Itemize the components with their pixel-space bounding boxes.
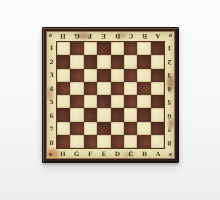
square-h8: [57, 135, 70, 148]
square-a5: [151, 95, 164, 108]
square-f8: [84, 135, 97, 148]
square-c3: [124, 69, 137, 82]
square-f6: [84, 108, 97, 121]
square-f1: [84, 42, 97, 55]
playing-field: [56, 41, 165, 149]
rank-label-right-2: 2: [165, 55, 174, 69]
square-b1: [137, 42, 150, 55]
file-label-bottom-a: A: [151, 149, 165, 158]
square-c4: [124, 82, 137, 95]
square-a8: [151, 135, 164, 148]
square-c8: [124, 135, 137, 148]
square-c2: [124, 55, 137, 68]
square-g5: [70, 95, 83, 108]
file-label-top-g: G: [70, 32, 84, 41]
file-label-top-b: B: [138, 32, 152, 41]
square-a3: [151, 69, 164, 82]
file-label-top-h: H: [56, 32, 70, 41]
rank-labels-left: 12345678: [47, 41, 56, 149]
square-b6: [137, 108, 150, 121]
file-label-top-d: D: [111, 32, 125, 41]
rank-label-left-5: 5: [47, 95, 56, 109]
square-b5: [137, 95, 150, 108]
square-a6: [151, 108, 164, 121]
rank-label-left-1: 1: [47, 41, 56, 55]
square-h2: [57, 55, 70, 68]
square-e3: [97, 69, 110, 82]
rank-label-right-7: 7: [165, 122, 174, 136]
square-d6: [111, 108, 124, 121]
file-label-bottom-b: B: [138, 149, 152, 158]
square-h7: [57, 122, 70, 135]
square-d4: [111, 82, 124, 95]
square-d3: [111, 69, 124, 82]
square-b7: [137, 122, 150, 135]
rank-label-right-4: 4: [165, 82, 174, 96]
rank-label-right-3: 3: [165, 68, 174, 82]
rank-label-left-6: 6: [47, 109, 56, 123]
square-f3: [84, 69, 97, 82]
board-border: HGFEDCBA HGFEDCBA 12345678 12345678: [47, 32, 174, 158]
square-e7: [97, 122, 110, 135]
rank-label-right-5: 5: [165, 95, 174, 109]
square-d7: [111, 122, 124, 135]
square-g2: [70, 55, 83, 68]
file-label-bottom-d: D: [111, 149, 125, 158]
file-label-top-a: A: [151, 32, 165, 41]
square-e2: [97, 55, 110, 68]
square-b8: [137, 135, 150, 148]
square-c1: [124, 42, 137, 55]
file-label-bottom-e: E: [97, 149, 111, 158]
rank-labels-right: 12345678: [165, 41, 174, 149]
square-e8: [97, 135, 110, 148]
file-labels-bottom: HGFEDCBA: [56, 149, 165, 158]
rank-label-right-8: 8: [165, 136, 174, 150]
rank-label-left-4: 4: [47, 82, 56, 96]
square-g3: [70, 69, 83, 82]
square-g8: [70, 135, 83, 148]
square-d5: [111, 95, 124, 108]
square-e4: [97, 82, 110, 95]
square-h4: [57, 82, 70, 95]
file-labels-top: HGFEDCBA: [56, 32, 165, 41]
square-h5: [57, 95, 70, 108]
square-a7: [151, 122, 164, 135]
square-d8: [111, 135, 124, 148]
square-d1: [111, 42, 124, 55]
square-f2: [84, 55, 97, 68]
square-h3: [57, 69, 70, 82]
square-h6: [57, 108, 70, 121]
square-h1: [57, 42, 70, 55]
rank-label-left-7: 7: [47, 122, 56, 136]
file-label-top-e: E: [97, 32, 111, 41]
file-label-bottom-f: F: [83, 149, 97, 158]
file-label-bottom-c: C: [124, 149, 138, 158]
square-b2: [137, 55, 150, 68]
square-a1: [151, 42, 164, 55]
corner-mark: [169, 153, 172, 156]
rank-label-left-8: 8: [47, 136, 56, 150]
square-c5: [124, 95, 137, 108]
file-label-bottom-g: G: [70, 149, 84, 158]
file-label-top-c: C: [124, 32, 138, 41]
square-f5: [84, 95, 97, 108]
square-c6: [124, 108, 137, 121]
photo-background: HGFEDCBA HGFEDCBA 12345678 12345678: [0, 0, 220, 200]
square-a2: [151, 55, 164, 68]
square-f7: [84, 122, 97, 135]
square-b4: [137, 82, 150, 95]
rank-label-right-6: 6: [165, 109, 174, 123]
square-f4: [84, 82, 97, 95]
square-b3: [137, 69, 150, 82]
square-g6: [70, 108, 83, 121]
corner-mark: [169, 34, 172, 37]
square-g7: [70, 122, 83, 135]
rank-label-left-2: 2: [47, 55, 56, 69]
square-e5: [97, 95, 110, 108]
corner-mark: [49, 153, 52, 156]
square-c7: [124, 122, 137, 135]
rank-label-left-3: 3: [47, 68, 56, 82]
square-g4: [70, 82, 83, 95]
square-a4: [151, 82, 164, 95]
square-g1: [70, 42, 83, 55]
rank-label-right-1: 1: [165, 41, 174, 55]
square-e1: [97, 42, 110, 55]
file-label-top-f: F: [83, 32, 97, 41]
square-e6: [97, 108, 110, 121]
square-d2: [111, 55, 124, 68]
chess-board[interactable]: HGFEDCBA HGFEDCBA 12345678 12345678: [42, 27, 179, 163]
file-label-bottom-h: H: [56, 149, 70, 158]
corner-mark: [49, 34, 52, 37]
